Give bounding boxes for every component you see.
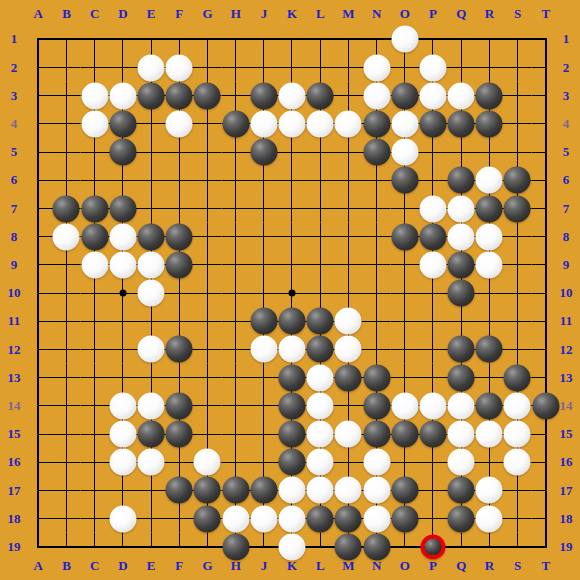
board-point[interactable] xyxy=(165,110,193,138)
board-point[interactable] xyxy=(81,392,109,420)
board-point[interactable] xyxy=(447,223,475,251)
board-point[interactable] xyxy=(250,392,278,420)
board-point[interactable] xyxy=(81,504,109,532)
board-point[interactable] xyxy=(24,251,52,279)
board-point[interactable] xyxy=(532,251,560,279)
board-point[interactable] xyxy=(109,194,137,222)
board-point[interactable] xyxy=(278,53,306,81)
board-point[interactable] xyxy=(137,504,165,532)
board-point[interactable] xyxy=(165,364,193,392)
board-point[interactable] xyxy=(532,279,560,307)
board-point[interactable] xyxy=(193,448,221,476)
board-point[interactable] xyxy=(447,476,475,504)
board-point[interactable] xyxy=(362,223,390,251)
board-point[interactable] xyxy=(165,279,193,307)
board-point[interactable] xyxy=(391,251,419,279)
board-point[interactable] xyxy=(475,251,503,279)
board-point[interactable] xyxy=(250,194,278,222)
board-point[interactable] xyxy=(306,533,334,561)
board-point[interactable] xyxy=(391,335,419,363)
board-point[interactable] xyxy=(109,392,137,420)
board-point[interactable] xyxy=(334,25,362,53)
board-point[interactable] xyxy=(475,307,503,335)
board-point[interactable] xyxy=(109,364,137,392)
board-point[interactable] xyxy=(334,364,362,392)
board-point[interactable] xyxy=(419,279,447,307)
board-point[interactable] xyxy=(391,476,419,504)
board-point[interactable] xyxy=(362,533,390,561)
board-point[interactable] xyxy=(137,476,165,504)
board-point[interactable] xyxy=(24,82,52,110)
board-point[interactable] xyxy=(419,194,447,222)
board-point[interactable] xyxy=(532,476,560,504)
board-point[interactable] xyxy=(503,138,531,166)
board-point[interactable] xyxy=(532,25,560,53)
board-point[interactable] xyxy=(250,25,278,53)
board-point[interactable] xyxy=(334,448,362,476)
board-point[interactable] xyxy=(250,53,278,81)
board-point[interactable] xyxy=(419,251,447,279)
board-point[interactable] xyxy=(137,82,165,110)
board-point[interactable] xyxy=(137,110,165,138)
board-point[interactable] xyxy=(391,223,419,251)
board-point[interactable] xyxy=(137,420,165,448)
board-point[interactable] xyxy=(391,420,419,448)
board-point[interactable] xyxy=(503,110,531,138)
board-point[interactable] xyxy=(250,82,278,110)
board-point[interactable] xyxy=(532,53,560,81)
board-point[interactable] xyxy=(447,166,475,194)
board-point[interactable] xyxy=(334,110,362,138)
board-point[interactable] xyxy=(81,420,109,448)
board-point[interactable] xyxy=(306,448,334,476)
board-point[interactable] xyxy=(81,307,109,335)
board-point[interactable] xyxy=(222,335,250,363)
board-point[interactable] xyxy=(532,420,560,448)
board-point[interactable] xyxy=(503,476,531,504)
board-point[interactable] xyxy=(137,25,165,53)
board-point[interactable] xyxy=(81,25,109,53)
board-point[interactable] xyxy=(52,166,80,194)
board-point[interactable] xyxy=(52,448,80,476)
board-point[interactable] xyxy=(503,392,531,420)
board-point[interactable] xyxy=(250,166,278,194)
board-point[interactable] xyxy=(334,194,362,222)
board-point[interactable] xyxy=(250,279,278,307)
board-point[interactable] xyxy=(362,82,390,110)
board-point[interactable] xyxy=(419,307,447,335)
board-point[interactable] xyxy=(278,110,306,138)
board-point[interactable] xyxy=(503,194,531,222)
board-point[interactable] xyxy=(24,110,52,138)
board-point[interactable] xyxy=(419,110,447,138)
board-point[interactable] xyxy=(193,364,221,392)
board-point[interactable] xyxy=(532,166,560,194)
board-point[interactable] xyxy=(137,392,165,420)
board-point[interactable] xyxy=(278,420,306,448)
board-point[interactable] xyxy=(306,138,334,166)
board-point[interactable] xyxy=(362,138,390,166)
board-point[interactable] xyxy=(52,504,80,532)
board-point[interactable] xyxy=(447,110,475,138)
board-point[interactable] xyxy=(278,279,306,307)
board-point[interactable] xyxy=(391,307,419,335)
board-point[interactable] xyxy=(503,53,531,81)
board-point[interactable] xyxy=(222,420,250,448)
board-point[interactable] xyxy=(362,110,390,138)
board-point[interactable] xyxy=(165,476,193,504)
board-point[interactable] xyxy=(52,392,80,420)
board-point[interactable] xyxy=(334,138,362,166)
board-point[interactable] xyxy=(24,138,52,166)
board-point[interactable] xyxy=(503,25,531,53)
board-point[interactable] xyxy=(222,251,250,279)
board-point[interactable] xyxy=(109,476,137,504)
board-point[interactable] xyxy=(503,364,531,392)
board-point[interactable] xyxy=(52,223,80,251)
board-point[interactable] xyxy=(532,533,560,561)
board-point[interactable] xyxy=(391,138,419,166)
board-point[interactable] xyxy=(109,25,137,53)
board-point[interactable] xyxy=(222,110,250,138)
board-point[interactable] xyxy=(52,25,80,53)
board-point[interactable] xyxy=(165,194,193,222)
board-point[interactable] xyxy=(193,25,221,53)
board-point[interactable] xyxy=(193,110,221,138)
board-point[interactable] xyxy=(52,279,80,307)
board-point[interactable] xyxy=(52,335,80,363)
board-point[interactable] xyxy=(24,392,52,420)
board-point[interactable] xyxy=(532,364,560,392)
board-point[interactable] xyxy=(222,138,250,166)
board-point[interactable] xyxy=(81,364,109,392)
board-point[interactable] xyxy=(532,307,560,335)
board-point[interactable] xyxy=(24,194,52,222)
board-point[interactable] xyxy=(193,392,221,420)
board-point[interactable] xyxy=(278,138,306,166)
board-point[interactable] xyxy=(334,82,362,110)
board-point[interactable] xyxy=(222,448,250,476)
board-point[interactable] xyxy=(193,307,221,335)
board-point[interactable] xyxy=(532,223,560,251)
board-point[interactable] xyxy=(250,110,278,138)
board-point[interactable] xyxy=(193,82,221,110)
board-point[interactable] xyxy=(222,53,250,81)
board-point[interactable] xyxy=(391,166,419,194)
board-point[interactable] xyxy=(81,335,109,363)
board-point[interactable] xyxy=(278,223,306,251)
board-point[interactable] xyxy=(193,138,221,166)
board-point[interactable] xyxy=(419,420,447,448)
board-point[interactable] xyxy=(306,420,334,448)
board-point[interactable] xyxy=(109,420,137,448)
board-point[interactable] xyxy=(109,110,137,138)
board-point[interactable] xyxy=(109,448,137,476)
board-point[interactable] xyxy=(391,279,419,307)
board-point[interactable] xyxy=(334,335,362,363)
board-point[interactable] xyxy=(52,138,80,166)
board-point[interactable] xyxy=(278,504,306,532)
board-point[interactable] xyxy=(334,223,362,251)
board-point[interactable] xyxy=(362,335,390,363)
board-point[interactable] xyxy=(81,223,109,251)
board-point[interactable] xyxy=(222,392,250,420)
board-point[interactable] xyxy=(391,110,419,138)
board-point[interactable] xyxy=(109,223,137,251)
board-point[interactable] xyxy=(475,279,503,307)
board-point[interactable] xyxy=(447,251,475,279)
board-point[interactable] xyxy=(165,448,193,476)
board-point[interactable] xyxy=(165,533,193,561)
board-point[interactable] xyxy=(532,392,560,420)
board-point[interactable] xyxy=(306,25,334,53)
board-point[interactable] xyxy=(250,448,278,476)
board-point[interactable] xyxy=(24,335,52,363)
board-point[interactable] xyxy=(475,392,503,420)
board-point[interactable] xyxy=(532,194,560,222)
board-point[interactable] xyxy=(165,53,193,81)
board-point[interactable] xyxy=(137,194,165,222)
board-point[interactable] xyxy=(447,533,475,561)
board-point[interactable] xyxy=(24,504,52,532)
board-point[interactable] xyxy=(362,53,390,81)
board-point[interactable] xyxy=(81,110,109,138)
board-point[interactable] xyxy=(222,223,250,251)
board-point[interactable] xyxy=(391,82,419,110)
board-point[interactable] xyxy=(193,279,221,307)
board-point[interactable] xyxy=(362,476,390,504)
board-point[interactable] xyxy=(137,53,165,81)
board-point[interactable] xyxy=(24,166,52,194)
board-point[interactable] xyxy=(503,335,531,363)
board-point[interactable] xyxy=(222,476,250,504)
board-point[interactable] xyxy=(503,82,531,110)
board-point[interactable] xyxy=(447,82,475,110)
board-point[interactable] xyxy=(362,392,390,420)
board-point[interactable] xyxy=(52,364,80,392)
board-point[interactable] xyxy=(193,533,221,561)
board-point[interactable] xyxy=(306,279,334,307)
board-point[interactable] xyxy=(24,476,52,504)
board-point[interactable] xyxy=(475,504,503,532)
board-point[interactable] xyxy=(532,138,560,166)
board-point[interactable] xyxy=(222,82,250,110)
board-point[interactable] xyxy=(278,166,306,194)
board-point[interactable] xyxy=(475,110,503,138)
board-point[interactable] xyxy=(24,420,52,448)
board-point[interactable] xyxy=(165,307,193,335)
board-point[interactable] xyxy=(109,166,137,194)
board-point[interactable] xyxy=(137,279,165,307)
board-point[interactable] xyxy=(306,364,334,392)
board-point[interactable] xyxy=(447,307,475,335)
board-point[interactable] xyxy=(306,166,334,194)
board-point[interactable] xyxy=(306,251,334,279)
board-point[interactable] xyxy=(362,279,390,307)
board-point[interactable] xyxy=(165,335,193,363)
board-point[interactable] xyxy=(278,194,306,222)
board-point[interactable] xyxy=(334,279,362,307)
board-point[interactable] xyxy=(193,420,221,448)
board-point[interactable] xyxy=(278,476,306,504)
board-point[interactable] xyxy=(109,307,137,335)
board-point[interactable] xyxy=(278,82,306,110)
board-point[interactable] xyxy=(306,335,334,363)
board-point[interactable] xyxy=(109,53,137,81)
board-point[interactable] xyxy=(193,335,221,363)
board-point[interactable] xyxy=(447,504,475,532)
board-point[interactable] xyxy=(250,335,278,363)
board-point[interactable] xyxy=(193,476,221,504)
board-point[interactable] xyxy=(137,138,165,166)
board-point[interactable] xyxy=(475,194,503,222)
board-point[interactable] xyxy=(222,279,250,307)
board-point[interactable] xyxy=(165,251,193,279)
board-point[interactable] xyxy=(503,533,531,561)
board-point[interactable] xyxy=(52,82,80,110)
board-point[interactable] xyxy=(52,533,80,561)
board-point[interactable] xyxy=(306,82,334,110)
board-point[interactable] xyxy=(419,504,447,532)
board-point[interactable] xyxy=(419,335,447,363)
board-point[interactable] xyxy=(306,476,334,504)
board-point[interactable] xyxy=(362,25,390,53)
board-point[interactable] xyxy=(391,194,419,222)
board-point[interactable] xyxy=(475,533,503,561)
board-point[interactable] xyxy=(137,166,165,194)
board-point[interactable] xyxy=(503,279,531,307)
board-point[interactable] xyxy=(250,251,278,279)
board-point[interactable] xyxy=(278,392,306,420)
board-point[interactable] xyxy=(334,251,362,279)
board-point[interactable] xyxy=(419,223,447,251)
board-point[interactable] xyxy=(334,53,362,81)
board-point[interactable] xyxy=(24,448,52,476)
board-point[interactable] xyxy=(306,194,334,222)
board-point[interactable] xyxy=(447,194,475,222)
board-point[interactable] xyxy=(222,533,250,561)
board-point[interactable] xyxy=(362,504,390,532)
board-point[interactable] xyxy=(250,223,278,251)
board-point[interactable] xyxy=(109,82,137,110)
board-point[interactable] xyxy=(137,364,165,392)
board-point[interactable] xyxy=(24,533,52,561)
board-point[interactable] xyxy=(419,392,447,420)
board-point[interactable] xyxy=(222,307,250,335)
board-point[interactable] xyxy=(306,110,334,138)
board-point[interactable] xyxy=(222,25,250,53)
board-point[interactable] xyxy=(24,364,52,392)
board-point[interactable] xyxy=(334,392,362,420)
board-point[interactable] xyxy=(278,335,306,363)
board-point[interactable] xyxy=(532,110,560,138)
board-point[interactable] xyxy=(81,138,109,166)
board-point[interactable] xyxy=(165,138,193,166)
board-point[interactable] xyxy=(193,223,221,251)
board-point[interactable] xyxy=(81,194,109,222)
board-point[interactable] xyxy=(447,364,475,392)
board-point[interactable] xyxy=(109,533,137,561)
board-point[interactable] xyxy=(52,307,80,335)
board-point[interactable] xyxy=(278,533,306,561)
board-point[interactable] xyxy=(278,25,306,53)
board-point[interactable] xyxy=(503,448,531,476)
board-point[interactable] xyxy=(137,307,165,335)
board-point[interactable] xyxy=(419,138,447,166)
board-point[interactable] xyxy=(278,448,306,476)
board-point[interactable] xyxy=(109,138,137,166)
board-point[interactable] xyxy=(419,82,447,110)
board-point[interactable] xyxy=(447,335,475,363)
board-point[interactable] xyxy=(475,166,503,194)
board-point[interactable] xyxy=(109,504,137,532)
board-point[interactable] xyxy=(475,420,503,448)
board-point[interactable] xyxy=(475,223,503,251)
board-point[interactable] xyxy=(137,223,165,251)
board-point[interactable] xyxy=(222,504,250,532)
board-point[interactable] xyxy=(334,476,362,504)
board-point[interactable] xyxy=(503,251,531,279)
board-point[interactable] xyxy=(250,307,278,335)
board-point[interactable] xyxy=(362,448,390,476)
board-point[interactable] xyxy=(109,279,137,307)
board-point[interactable] xyxy=(503,420,531,448)
board-point[interactable] xyxy=(334,504,362,532)
board-point[interactable] xyxy=(250,533,278,561)
board-point[interactable] xyxy=(81,476,109,504)
board-point[interactable] xyxy=(81,448,109,476)
board-point[interactable] xyxy=(81,166,109,194)
board-point[interactable] xyxy=(165,82,193,110)
board-point[interactable] xyxy=(419,364,447,392)
board-point[interactable] xyxy=(222,166,250,194)
board-point[interactable] xyxy=(52,194,80,222)
board-point[interactable] xyxy=(419,25,447,53)
board-point[interactable] xyxy=(503,307,531,335)
board-point[interactable] xyxy=(165,392,193,420)
board-point[interactable] xyxy=(419,166,447,194)
board-point[interactable] xyxy=(334,166,362,194)
board-point[interactable] xyxy=(334,307,362,335)
board-point[interactable] xyxy=(362,166,390,194)
board-point[interactable] xyxy=(419,533,447,561)
board-point[interactable] xyxy=(362,420,390,448)
board-point[interactable] xyxy=(109,335,137,363)
board-point[interactable] xyxy=(503,504,531,532)
board-point[interactable] xyxy=(24,223,52,251)
board-point[interactable] xyxy=(447,138,475,166)
board-point[interactable] xyxy=(193,53,221,81)
board-point[interactable] xyxy=(306,307,334,335)
board-point[interactable] xyxy=(447,392,475,420)
board-point[interactable] xyxy=(503,166,531,194)
board-point[interactable] xyxy=(419,448,447,476)
board-point[interactable] xyxy=(81,279,109,307)
board-point[interactable] xyxy=(306,53,334,81)
board-point[interactable] xyxy=(250,504,278,532)
board-point[interactable] xyxy=(52,110,80,138)
board-point[interactable] xyxy=(532,335,560,363)
board-point[interactable] xyxy=(137,448,165,476)
board-point[interactable] xyxy=(222,194,250,222)
board-point[interactable] xyxy=(334,533,362,561)
board-point[interactable] xyxy=(532,82,560,110)
board-point[interactable] xyxy=(532,504,560,532)
board-point[interactable] xyxy=(24,53,52,81)
board-point[interactable] xyxy=(109,251,137,279)
board-point[interactable] xyxy=(475,25,503,53)
board-point[interactable] xyxy=(137,251,165,279)
